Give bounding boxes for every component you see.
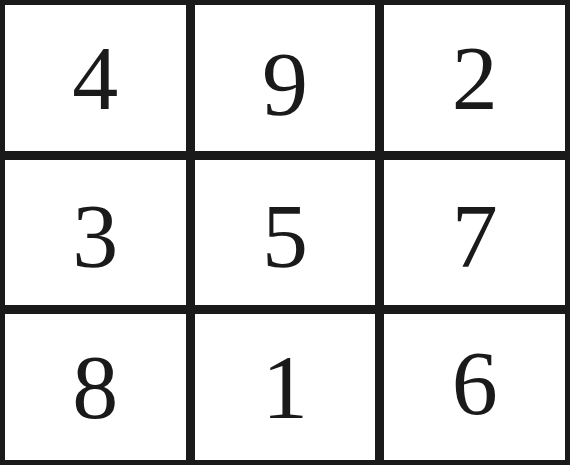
cell-r2c1: 3 [5,160,186,306]
magic-square-board: 4 9 2 3 5 7 8 1 6 [0,0,570,465]
cell-value: 8 [72,341,118,433]
cell-value: 2 [452,32,498,124]
cell-r2c2: 5 [195,160,376,306]
cell-value: 1 [262,341,308,433]
cell-value: 3 [72,190,118,282]
cell-r3c3: 6 [384,314,565,460]
cell-r2c3: 7 [384,160,565,306]
cell-value: 7 [452,190,498,282]
cell-value: 6 [452,337,498,429]
cell-r1c3: 2 [384,5,565,151]
cell-value: 4 [72,32,118,124]
cell-value: 9 [262,38,308,130]
cell-r1c2: 9 [195,5,376,151]
cell-r3c1: 8 [5,314,186,460]
cell-value: 5 [262,190,308,282]
cell-r1c1: 4 [5,5,186,151]
cell-r3c2: 1 [195,314,376,460]
